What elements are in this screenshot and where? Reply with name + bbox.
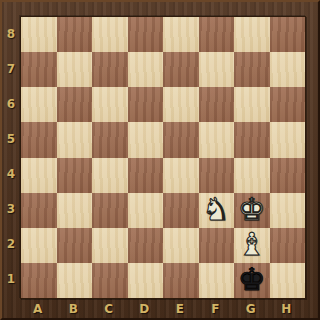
- file-label-g: G: [233, 298, 269, 320]
- square-d7[interactable]: [128, 52, 164, 87]
- square-b4[interactable]: [57, 158, 93, 193]
- rank-label-1: 1: [2, 262, 20, 297]
- rank-label-3: 3: [2, 192, 20, 227]
- rank-label-8: 8: [2, 16, 20, 51]
- file-label-d: D: [127, 298, 163, 320]
- square-f7[interactable]: [199, 52, 235, 87]
- square-h6[interactable]: [270, 87, 306, 122]
- square-g7[interactable]: [234, 52, 270, 87]
- square-h7[interactable]: [270, 52, 306, 87]
- square-e4[interactable]: [163, 158, 199, 193]
- square-f8[interactable]: [199, 17, 235, 52]
- square-g2[interactable]: ♝: [234, 228, 270, 263]
- square-h2[interactable]: [270, 228, 306, 263]
- square-f4[interactable]: [199, 158, 235, 193]
- square-d3[interactable]: [128, 193, 164, 228]
- square-f6[interactable]: [199, 87, 235, 122]
- square-h1[interactable]: [270, 263, 306, 298]
- square-g3[interactable]: ♚: [234, 193, 270, 228]
- square-a8[interactable]: [21, 17, 57, 52]
- square-c5[interactable]: [92, 122, 128, 157]
- square-e1[interactable]: [163, 263, 199, 298]
- square-a6[interactable]: [21, 87, 57, 122]
- rank-label-2: 2: [2, 227, 20, 262]
- rank-label-5: 5: [2, 121, 20, 156]
- rank-label-6: 6: [2, 86, 20, 121]
- square-g5[interactable]: [234, 122, 270, 157]
- square-c8[interactable]: [92, 17, 128, 52]
- square-a1[interactable]: [21, 263, 57, 298]
- square-e5[interactable]: [163, 122, 199, 157]
- square-f1[interactable]: [199, 263, 235, 298]
- square-c4[interactable]: [92, 158, 128, 193]
- square-d6[interactable]: [128, 87, 164, 122]
- square-a5[interactable]: [21, 122, 57, 157]
- square-h8[interactable]: [270, 17, 306, 52]
- square-g1[interactable]: ♚: [234, 263, 270, 298]
- square-a3[interactable]: [21, 193, 57, 228]
- square-d8[interactable]: [128, 17, 164, 52]
- white-king[interactable]: ♚: [238, 194, 266, 225]
- square-e8[interactable]: [163, 17, 199, 52]
- square-g4[interactable]: [234, 158, 270, 193]
- square-e6[interactable]: [163, 87, 199, 122]
- square-b1[interactable]: [57, 263, 93, 298]
- square-c1[interactable]: [92, 263, 128, 298]
- file-label-h: H: [269, 298, 305, 320]
- square-b8[interactable]: [57, 17, 93, 52]
- square-h5[interactable]: [270, 122, 306, 157]
- black-king[interactable]: ♚: [238, 264, 266, 295]
- square-d4[interactable]: [128, 158, 164, 193]
- square-g8[interactable]: [234, 17, 270, 52]
- square-d2[interactable]: [128, 228, 164, 263]
- square-c6[interactable]: [92, 87, 128, 122]
- file-label-e: E: [162, 298, 198, 320]
- square-h3[interactable]: [270, 193, 306, 228]
- square-c7[interactable]: [92, 52, 128, 87]
- square-b2[interactable]: [57, 228, 93, 263]
- rank-label-7: 7: [2, 51, 20, 86]
- square-a2[interactable]: [21, 228, 57, 263]
- square-f2[interactable]: [199, 228, 235, 263]
- file-label-b: B: [56, 298, 92, 320]
- square-b3[interactable]: [57, 193, 93, 228]
- board-frame: 87654321 ABCDEFGH ♞♚♝♚: [0, 0, 320, 320]
- square-f5[interactable]: [199, 122, 235, 157]
- square-e7[interactable]: [163, 52, 199, 87]
- file-label-c: C: [91, 298, 127, 320]
- file-labels: ABCDEFGH: [20, 298, 304, 320]
- file-label-a: A: [20, 298, 56, 320]
- chess-board: ♞♚♝♚: [20, 16, 306, 299]
- square-e2[interactable]: [163, 228, 199, 263]
- square-d5[interactable]: [128, 122, 164, 157]
- square-b5[interactable]: [57, 122, 93, 157]
- square-c2[interactable]: [92, 228, 128, 263]
- square-d1[interactable]: [128, 263, 164, 298]
- square-a4[interactable]: [21, 158, 57, 193]
- square-h4[interactable]: [270, 158, 306, 193]
- rank-label-4: 4: [2, 157, 20, 192]
- square-e3[interactable]: [163, 193, 199, 228]
- rank-labels: 87654321: [2, 16, 20, 297]
- white-knight[interactable]: ♞: [202, 194, 230, 225]
- square-b6[interactable]: [57, 87, 93, 122]
- white-bishop[interactable]: ♝: [238, 229, 266, 260]
- square-b7[interactable]: [57, 52, 93, 87]
- file-label-f: F: [198, 298, 234, 320]
- square-c3[interactable]: [92, 193, 128, 228]
- square-g6[interactable]: [234, 87, 270, 122]
- square-a7[interactable]: [21, 52, 57, 87]
- square-f3[interactable]: ♞: [199, 193, 235, 228]
